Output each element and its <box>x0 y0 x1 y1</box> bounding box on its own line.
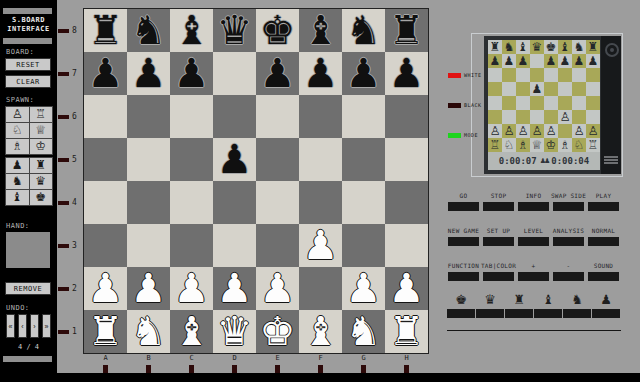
square-b1[interactable]: ♞ <box>127 310 170 353</box>
square-e1[interactable]: ♔ <box>544 138 558 152</box>
square-c1[interactable]: ♝ <box>170 310 213 353</box>
square-a8[interactable]: ♜ <box>84 9 127 52</box>
square-f3[interactable]: ♙ <box>558 110 572 124</box>
white-bishop: ♝ <box>174 310 210 353</box>
undo-step-button-0[interactable]: « <box>6 314 15 338</box>
square-c7[interactable]: ♟ <box>170 52 213 95</box>
black-bishop: ♝ <box>303 9 339 52</box>
led-row-black: BLACK <box>448 102 482 108</box>
device-button-new-game: NEW GAME <box>448 226 479 246</box>
black-king: ♚ <box>546 40 557 54</box>
device-button-bar[interactable] <box>553 272 584 281</box>
device-button-normal: NORMAL <box>588 226 619 246</box>
device-button-+: + <box>518 261 549 281</box>
rank-label-2: 2 <box>72 284 77 293</box>
undo-step-button-1[interactable]: ‹ <box>18 314 27 338</box>
file-label-H: H <box>404 354 408 363</box>
lcd-clock: 0:00:07 ♟♟ 0:00:04 <box>488 152 600 170</box>
square-e5[interactable] <box>544 82 558 96</box>
hand-section-label: HAND: <box>6 222 30 230</box>
black-pawn: ♟ <box>574 54 585 68</box>
square-a6[interactable] <box>84 95 127 138</box>
rank-row-5: 5 <box>58 138 83 181</box>
square-g3[interactable] <box>572 110 586 124</box>
device-button-stop: STOP <box>483 191 514 211</box>
square-g8[interactable]: ♞ <box>572 40 586 54</box>
black-pawn: ♟ <box>546 54 557 68</box>
black-pawn: ♟ <box>490 54 501 68</box>
square-c1[interactable]: ♗ <box>516 138 530 152</box>
square-f4[interactable] <box>299 181 342 224</box>
rank-label-5: 5 <box>72 155 77 164</box>
square-e2[interactable]: ♟ <box>256 267 299 310</box>
square-b2[interactable]: ♙ <box>502 124 516 138</box>
led-mode-icon <box>448 133 461 138</box>
square-d4[interactable] <box>530 96 544 110</box>
square-c5[interactable] <box>516 82 530 96</box>
square-a8[interactable]: ♜ <box>488 40 502 54</box>
square-b7[interactable]: ♟ <box>502 54 516 68</box>
pawn-icon: ♟ <box>600 292 612 307</box>
spawn-black-piece-0[interactable]: ♟ <box>6 158 29 173</box>
white-rook: ♜ <box>88 310 124 353</box>
device-button-row-1: GOSTOPINFOSWAP SIDEPLAY <box>448 191 619 211</box>
square-f6[interactable] <box>299 95 342 138</box>
square-f2[interactable] <box>558 124 572 138</box>
knight-icon: ♞ <box>571 292 583 307</box>
spawn-black-piece-3[interactable]: ♛ <box>30 174 53 189</box>
square-b8[interactable]: ♞ <box>502 40 516 54</box>
square-a5[interactable] <box>488 82 502 96</box>
device-brand-label <box>604 156 618 165</box>
square-a2[interactable]: ♙ <box>488 124 502 138</box>
black-king: ♚ <box>260 9 296 52</box>
square-e6[interactable] <box>256 95 299 138</box>
square-d2[interactable]: ♙ <box>530 124 544 138</box>
device-button-bar[interactable] <box>518 272 549 281</box>
app-title-line1: S.BOARD <box>0 16 57 24</box>
undo-step-button-3[interactable]: » <box>42 314 51 338</box>
bottom-strip <box>0 373 640 382</box>
device-button-bar[interactable] <box>563 309 591 318</box>
device-button-bar[interactable] <box>553 202 584 211</box>
led-black-icon <box>448 103 461 108</box>
black-knight: ♞ <box>504 40 515 54</box>
device-button-bar[interactable] <box>505 309 533 318</box>
square-g3[interactable] <box>342 224 385 267</box>
queen-icon: ♛ <box>484 292 496 307</box>
square-f2[interactable] <box>299 267 342 310</box>
square-a1[interactable]: ♜ <box>84 310 127 353</box>
black-pawn: ♟ <box>532 82 543 96</box>
device-button-label: GO <box>460 191 468 200</box>
white-pawn: ♟ <box>260 267 296 310</box>
square-d7[interactable] <box>530 54 544 68</box>
black-pawn: ♟ <box>303 52 339 95</box>
device-button-bar[interactable] <box>447 309 475 318</box>
square-g5[interactable] <box>572 82 586 96</box>
square-d4[interactable] <box>213 181 256 224</box>
square-d6[interactable] <box>213 95 256 138</box>
white-pawn: ♙ <box>546 124 557 138</box>
white-bishop: ♝ <box>303 310 339 353</box>
square-d5[interactable]: ♟ <box>213 138 256 181</box>
device-button-label: NORMAL <box>592 226 615 235</box>
square-e7[interactable]: ♟ <box>256 52 299 95</box>
led-label-white: WHITE <box>464 72 482 78</box>
device-piece-button-rook: ♜ <box>505 292 533 318</box>
sidebar: S.BOARD INTERFACE BOARD: RESET CLEAR SPA… <box>0 0 57 382</box>
square-h1[interactable]: ♜ <box>385 310 428 353</box>
square-c5[interactable] <box>170 138 213 181</box>
square-d2[interactable]: ♟ <box>213 267 256 310</box>
spawn-white-piece-2[interactable]: ♘ <box>6 123 29 138</box>
square-a7[interactable]: ♟ <box>84 52 127 95</box>
panel-separator <box>447 330 621 331</box>
white-knight: ♘ <box>574 138 585 152</box>
black-bishop: ♝ <box>174 9 210 52</box>
square-g2[interactable]: ♟ <box>342 267 385 310</box>
square-e8[interactable]: ♚ <box>544 40 558 54</box>
square-g8[interactable]: ♞ <box>342 9 385 52</box>
square-a4[interactable] <box>84 181 127 224</box>
device-button-bar[interactable] <box>588 202 619 211</box>
spawn-white-palette: ♙♖♘♕♗♔ <box>5 106 53 155</box>
square-b5[interactable] <box>127 138 170 181</box>
square-g7[interactable]: ♟ <box>342 52 385 95</box>
device-button-bar[interactable] <box>588 272 619 281</box>
hand-slot[interactable] <box>6 232 50 268</box>
square-b4[interactable] <box>127 181 170 224</box>
white-bishop: ♗ <box>560 138 571 152</box>
square-c7[interactable]: ♟ <box>516 54 530 68</box>
square-f8[interactable]: ♝ <box>558 40 572 54</box>
square-e4[interactable] <box>544 96 558 110</box>
black-pawn: ♟ <box>88 52 124 95</box>
square-d8[interactable]: ♛ <box>213 9 256 52</box>
spawn-white-piece-1[interactable]: ♖ <box>30 107 53 122</box>
device-button-label: FUNCTION <box>448 261 479 270</box>
spawn-black-piece-2[interactable]: ♞ <box>6 174 29 189</box>
square-h5[interactable] <box>385 138 428 181</box>
file-label-E: E <box>275 354 279 363</box>
square-h8[interactable]: ♜ <box>586 40 600 54</box>
square-g4[interactable] <box>342 181 385 224</box>
device-button-bar[interactable] <box>476 309 504 318</box>
reset-button[interactable]: RESET <box>5 58 51 71</box>
device-button-bar[interactable] <box>448 237 479 246</box>
rank-tick-icon <box>58 158 69 162</box>
square-c8[interactable]: ♝ <box>170 9 213 52</box>
white-knight: ♞ <box>346 310 382 353</box>
square-a5[interactable] <box>84 138 127 181</box>
led-row-white: WHITE <box>448 72 482 78</box>
clock-white-time: 0:00:07 <box>499 156 537 166</box>
undo-step-button-2[interactable]: › <box>30 314 39 338</box>
spawn-white-piece-5[interactable]: ♔ <box>30 139 53 154</box>
black-pawn: ♟ <box>260 52 296 95</box>
square-h3[interactable] <box>385 224 428 267</box>
square-c6[interactable] <box>170 95 213 138</box>
square-g2[interactable]: ♙ <box>572 124 586 138</box>
square-h2[interactable]: ♙ <box>586 124 600 138</box>
square-e4[interactable] <box>256 181 299 224</box>
turn-indicator-icon: ♟♟ <box>540 157 549 165</box>
square-h7[interactable]: ♟ <box>586 54 600 68</box>
white-pawn: ♟ <box>131 267 167 310</box>
square-g6[interactable] <box>572 68 586 82</box>
black-rook: ♜ <box>88 9 124 52</box>
rank-tick-icon <box>58 287 69 291</box>
square-g5[interactable] <box>342 138 385 181</box>
spawn-white-piece-0[interactable]: ♙ <box>6 107 29 122</box>
device-button-label: NEW GAME <box>448 226 479 235</box>
device-button-bar[interactable] <box>592 309 620 318</box>
spawn-white-piece-4[interactable]: ♗ <box>6 139 29 154</box>
square-b8[interactable]: ♞ <box>127 9 170 52</box>
file-cell-B: B <box>127 354 170 375</box>
square-e3[interactable] <box>544 110 558 124</box>
lcd-mini-board: ♜♞♝♛♚♝♞♜♟♟♟♟♟♟♟♟♙♙♙♙♙♙♙♙♖♘♗♕♔♗♘♖ <box>488 40 600 152</box>
device-button-bar[interactable] <box>518 237 549 246</box>
board-section-label: BOARD: <box>6 48 34 56</box>
undo-section-label: UNDO: <box>6 304 30 312</box>
speaker-dial-icon <box>605 43 619 57</box>
square-h6[interactable] <box>586 68 600 82</box>
square-d1[interactable]: ♕ <box>530 138 544 152</box>
bishop-icon: ♝ <box>542 292 554 307</box>
file-label-B: B <box>146 354 150 363</box>
white-bishop: ♗ <box>518 138 529 152</box>
square-h6[interactable] <box>385 95 428 138</box>
device-button-label: PLAY <box>596 191 612 200</box>
led-row-mode: MODE <box>448 132 478 138</box>
clear-button[interactable]: CLEAR <box>5 75 51 88</box>
white-queen: ♕ <box>532 138 543 152</box>
undo-status: 4 / 4 <box>0 343 57 351</box>
rank-label-3: 3 <box>72 241 77 250</box>
black-pawn: ♟ <box>560 54 571 68</box>
square-d7[interactable] <box>213 52 256 95</box>
file-label-A: A <box>103 354 107 363</box>
device-button-bar[interactable] <box>483 237 514 246</box>
white-rook: ♜ <box>389 310 425 353</box>
device-button-bar[interactable] <box>483 202 514 211</box>
app-window: S.BOARD INTERFACE BOARD: RESET CLEAR SPA… <box>0 0 640 382</box>
square-e7[interactable]: ♟ <box>544 54 558 68</box>
square-b6[interactable] <box>502 68 516 82</box>
square-c3[interactable] <box>170 224 213 267</box>
rank-label-1: 1 <box>72 327 77 336</box>
white-queen: ♛ <box>217 310 253 353</box>
device-button-label: - <box>567 261 571 270</box>
square-g4[interactable] <box>572 96 586 110</box>
square-g6[interactable] <box>342 95 385 138</box>
square-d8[interactable]: ♛ <box>530 40 544 54</box>
device-button-bar[interactable] <box>518 202 549 211</box>
square-b3[interactable] <box>502 110 516 124</box>
square-f4[interactable] <box>558 96 572 110</box>
white-knight: ♘ <box>504 138 515 152</box>
device-side-strip <box>601 36 621 174</box>
square-f1[interactable]: ♝ <box>299 310 342 353</box>
square-e2[interactable]: ♙ <box>544 124 558 138</box>
device-button--: - <box>553 261 584 281</box>
file-cell-A: A <box>84 354 127 375</box>
black-rook: ♜ <box>490 40 501 54</box>
square-b3[interactable] <box>127 224 170 267</box>
square-f3[interactable]: ♟ <box>299 224 342 267</box>
device-button-bar[interactable] <box>448 272 479 281</box>
spawn-black-piece-1[interactable]: ♜ <box>30 158 53 173</box>
device-button-label: STOP <box>491 191 507 200</box>
square-d1[interactable]: ♛ <box>213 310 256 353</box>
square-h5[interactable] <box>586 82 600 96</box>
white-pawn: ♟ <box>303 224 339 267</box>
device-piece-button-knight: ♞ <box>563 292 591 318</box>
square-c4[interactable] <box>170 181 213 224</box>
black-pawn: ♟ <box>131 52 167 95</box>
square-a1[interactable]: ♖ <box>488 138 502 152</box>
rank-tick-icon <box>58 29 69 33</box>
device-button-bar[interactable] <box>553 237 584 246</box>
square-e5[interactable] <box>256 138 299 181</box>
square-g1[interactable]: ♞ <box>342 310 385 353</box>
file-cell-E: E <box>256 354 299 375</box>
chess-board: ♜♞♝♛♚♝♞♜♟♟♟♟♟♟♟♟♟♟♟♟♟♟♟♟♜♞♝♛♚♝♞♜ <box>83 8 429 354</box>
device-button-go: GO <box>448 191 479 211</box>
square-c2[interactable]: ♙ <box>516 124 530 138</box>
square-h8[interactable]: ♜ <box>385 9 428 52</box>
white-knight: ♞ <box>131 310 167 353</box>
black-bishop: ♝ <box>518 40 529 54</box>
spawn-black-piece-5[interactable]: ♚ <box>30 190 53 205</box>
square-f6[interactable] <box>558 68 572 82</box>
square-c3[interactable] <box>516 110 530 124</box>
square-d3[interactable] <box>213 224 256 267</box>
clock-black-time: 0:00:04 <box>551 156 589 166</box>
rank-row-7: 7 <box>58 52 83 95</box>
device-button-tab-color: TAB|COLOR <box>483 261 514 281</box>
square-e6[interactable] <box>544 68 558 82</box>
square-f5[interactable] <box>299 138 342 181</box>
square-a3[interactable] <box>84 224 127 267</box>
device-button-bar[interactable] <box>534 309 562 318</box>
square-e1[interactable]: ♚ <box>256 310 299 353</box>
device-button-play: PLAY <box>588 191 619 211</box>
rank-label-7: 7 <box>72 69 77 78</box>
square-h3[interactable] <box>586 110 600 124</box>
spawn-white-piece-3[interactable]: ♕ <box>30 123 53 138</box>
square-f7[interactable]: ♟ <box>299 52 342 95</box>
black-pawn: ♟ <box>174 52 210 95</box>
square-b5[interactable] <box>502 82 516 96</box>
square-e8[interactable]: ♚ <box>256 9 299 52</box>
device-button-bar[interactable] <box>483 272 514 281</box>
device-button-bar[interactable] <box>588 237 619 246</box>
square-d3[interactable] <box>530 110 544 124</box>
black-queen: ♛ <box>532 40 543 54</box>
square-g7[interactable]: ♟ <box>572 54 586 68</box>
file-label-D: D <box>232 354 236 363</box>
square-b4[interactable] <box>502 96 516 110</box>
device-button-set-up: SET UP <box>483 226 514 246</box>
black-pawn: ♟ <box>346 52 382 95</box>
square-c2[interactable]: ♟ <box>170 267 213 310</box>
square-b2[interactable]: ♟ <box>127 267 170 310</box>
square-a7[interactable]: ♟ <box>488 54 502 68</box>
white-pawn: ♟ <box>389 267 425 310</box>
square-f7[interactable]: ♟ <box>558 54 572 68</box>
square-a4[interactable] <box>488 96 502 110</box>
file-label-F: F <box>318 354 322 363</box>
square-h4[interactable] <box>385 181 428 224</box>
square-h1[interactable]: ♖ <box>586 138 600 152</box>
black-pawn: ♟ <box>504 54 515 68</box>
rank-row-2: 2 <box>58 267 83 310</box>
sidebar-divider-top <box>3 8 52 14</box>
device-piece-button-king: ♚ <box>447 292 475 318</box>
square-a2[interactable]: ♟ <box>84 267 127 310</box>
square-g1[interactable]: ♘ <box>572 138 586 152</box>
white-pawn: ♙ <box>490 124 501 138</box>
king-icon: ♚ <box>455 292 467 307</box>
square-c4[interactable] <box>516 96 530 110</box>
square-h7[interactable]: ♟ <box>385 52 428 95</box>
square-c8[interactable]: ♝ <box>516 40 530 54</box>
square-d5[interactable]: ♟ <box>530 82 544 96</box>
square-b7[interactable]: ♟ <box>127 52 170 95</box>
white-pawn: ♙ <box>504 124 515 138</box>
square-d6[interactable] <box>530 68 544 82</box>
spawn-section-label: SPAWN: <box>6 96 34 104</box>
device-button-bar[interactable] <box>448 202 479 211</box>
file-cell-H: H <box>385 354 428 375</box>
device-button-label: SET UP <box>487 226 510 235</box>
device-piece-button-queen: ♛ <box>476 292 504 318</box>
square-f8[interactable]: ♝ <box>299 9 342 52</box>
square-f1[interactable]: ♗ <box>558 138 572 152</box>
rank-tick-icon <box>58 72 69 76</box>
device-button-label: SWAP SIDE <box>551 191 586 200</box>
black-pawn: ♟ <box>217 138 253 181</box>
rank-label-8: 8 <box>72 26 77 35</box>
spawn-black-palette: ♟♜♞♛♝♚ <box>5 157 53 206</box>
square-h4[interactable] <box>586 96 600 110</box>
square-h2[interactable]: ♟ <box>385 267 428 310</box>
device-button-level: LEVEL <box>518 226 549 246</box>
device-button-label: LEVEL <box>524 226 544 235</box>
spawn-black-piece-4[interactable]: ♝ <box>6 190 29 205</box>
square-b1[interactable]: ♘ <box>502 138 516 152</box>
square-e3[interactable] <box>256 224 299 267</box>
rank-row-1: 1 <box>58 310 83 353</box>
file-labels: ABCDEFGH <box>84 354 428 375</box>
square-a3[interactable] <box>488 110 502 124</box>
square-f5[interactable] <box>558 82 572 96</box>
rank-row-3: 3 <box>58 224 83 267</box>
file-cell-D: D <box>213 354 256 375</box>
device-button-label: INFO <box>526 191 542 200</box>
rank-label-6: 6 <box>72 112 77 121</box>
remove-button[interactable]: REMOVE <box>5 282 51 295</box>
black-bishop: ♝ <box>560 40 571 54</box>
square-a6[interactable] <box>488 68 502 82</box>
square-b6[interactable] <box>127 95 170 138</box>
square-c6[interactable] <box>516 68 530 82</box>
black-knight: ♞ <box>574 40 585 54</box>
black-rook: ♜ <box>588 40 599 54</box>
